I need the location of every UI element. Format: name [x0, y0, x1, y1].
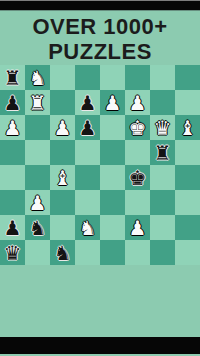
square-d3[interactable]: [75, 190, 100, 215]
piece-black-pawn: ♟: [0, 215, 25, 240]
square-g4[interactable]: [150, 165, 175, 190]
square-g2[interactable]: [150, 215, 175, 240]
piece-white-bishop: ♝: [175, 115, 200, 140]
status-bar: [0, 0, 200, 11]
square-c7[interactable]: [50, 90, 75, 115]
square-e7[interactable]: ♟: [100, 90, 125, 115]
square-f3[interactable]: [125, 190, 150, 215]
piece-black-rook: ♜: [150, 140, 175, 165]
title-line-1: OVER 1000+: [0, 14, 200, 39]
square-c5[interactable]: [50, 140, 75, 165]
square-a8[interactable]: ♜: [0, 65, 25, 90]
piece-white-knight: ♞: [25, 65, 50, 90]
square-e3[interactable]: [100, 190, 125, 215]
square-a2[interactable]: ♟: [0, 215, 25, 240]
piece-black-pawn: ♟: [75, 115, 100, 140]
piece-white-bishop: ♝: [50, 165, 75, 190]
square-b4[interactable]: [25, 165, 50, 190]
square-d6[interactable]: ♟: [75, 115, 100, 140]
title-line-2: PUZZLES: [0, 39, 200, 64]
square-c3[interactable]: [50, 190, 75, 215]
piece-white-knight: ♞: [75, 215, 100, 240]
square-h7[interactable]: [175, 90, 200, 115]
square-d4[interactable]: [75, 165, 100, 190]
square-e4[interactable]: [100, 165, 125, 190]
square-f8[interactable]: [125, 65, 150, 90]
square-g7[interactable]: [150, 90, 175, 115]
square-h8[interactable]: [175, 65, 200, 90]
square-d5[interactable]: [75, 140, 100, 165]
piece-white-king: ♚: [125, 115, 150, 140]
piece-white-queen: ♛: [150, 115, 175, 140]
square-h6[interactable]: ♝: [175, 115, 200, 140]
piece-black-knight: ♞: [50, 240, 75, 265]
piece-white-pawn: ♟: [0, 115, 25, 140]
square-b8[interactable]: ♞: [25, 65, 50, 90]
square-f5[interactable]: [125, 140, 150, 165]
page-title: OVER 1000+ PUZZLES: [0, 11, 200, 65]
square-e6[interactable]: [100, 115, 125, 140]
piece-black-rook: ♜: [0, 65, 25, 90]
square-c8[interactable]: [50, 65, 75, 90]
square-g1[interactable]: [150, 240, 175, 265]
square-c1[interactable]: ♞: [50, 240, 75, 265]
square-c6[interactable]: ♟: [50, 115, 75, 140]
square-f7[interactable]: ♟: [125, 90, 150, 115]
square-f2[interactable]: ♟: [125, 215, 150, 240]
piece-black-knight: ♞: [25, 215, 50, 240]
square-a5[interactable]: [0, 140, 25, 165]
square-a3[interactable]: [0, 190, 25, 215]
square-b7[interactable]: ♜: [25, 90, 50, 115]
board: ♜♞♟♜♟♟♟♟♟♟♚♛♝♜♝♚♟♟♞♞♟♛♞: [0, 65, 200, 265]
piece-white-pawn: ♟: [50, 115, 75, 140]
square-f1[interactable]: [125, 240, 150, 265]
piece-white-pawn: ♟: [125, 215, 150, 240]
square-g5[interactable]: ♜: [150, 140, 175, 165]
square-a7[interactable]: ♟: [0, 90, 25, 115]
square-a1[interactable]: ♛: [0, 240, 25, 265]
square-h5[interactable]: [175, 140, 200, 165]
square-g6[interactable]: ♛: [150, 115, 175, 140]
piece-white-rook: ♜: [25, 90, 50, 115]
square-f6[interactable]: ♚: [125, 115, 150, 140]
square-b3[interactable]: ♟: [25, 190, 50, 215]
square-b6[interactable]: [25, 115, 50, 140]
square-h1[interactable]: [175, 240, 200, 265]
square-a6[interactable]: ♟: [0, 115, 25, 140]
square-b1[interactable]: [25, 240, 50, 265]
piece-white-pawn: ♟: [125, 90, 150, 115]
square-e1[interactable]: [100, 240, 125, 265]
piece-black-pawn: ♟: [75, 90, 100, 115]
square-f4[interactable]: ♚: [125, 165, 150, 190]
square-d7[interactable]: ♟: [75, 90, 100, 115]
square-h2[interactable]: [175, 215, 200, 240]
square-b2[interactable]: ♞: [25, 215, 50, 240]
empty-area: [0, 265, 200, 337]
piece-white-pawn: ♟: [100, 90, 125, 115]
square-d2[interactable]: ♞: [75, 215, 100, 240]
piece-black-queen: ♛: [0, 240, 25, 265]
square-h3[interactable]: [175, 190, 200, 215]
bottom-nav-bar: [0, 337, 200, 354]
square-e5[interactable]: [100, 140, 125, 165]
piece-black-king: ♚: [125, 165, 150, 190]
square-e8[interactable]: [100, 65, 125, 90]
square-g3[interactable]: [150, 190, 175, 215]
square-d1[interactable]: [75, 240, 100, 265]
square-h4[interactable]: [175, 165, 200, 190]
piece-black-pawn: ♟: [0, 90, 25, 115]
square-b5[interactable]: [25, 140, 50, 165]
square-d8[interactable]: [75, 65, 100, 90]
square-a4[interactable]: [0, 165, 25, 190]
square-c4[interactable]: ♝: [50, 165, 75, 190]
square-e2[interactable]: [100, 215, 125, 240]
square-g8[interactable]: [150, 65, 175, 90]
square-c2[interactable]: [50, 215, 75, 240]
piece-white-pawn: ♟: [25, 190, 50, 215]
